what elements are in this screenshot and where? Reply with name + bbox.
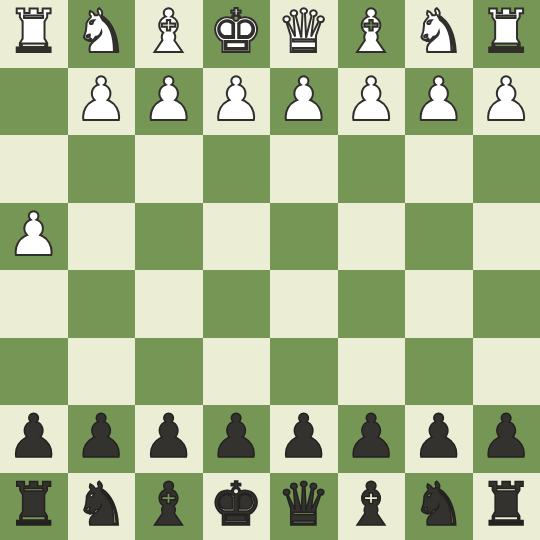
black-pawn[interactable]: ♟ <box>277 403 331 470</box>
square-a8[interactable]: ♜ <box>473 473 540 540</box>
square-g1[interactable]: ♞ <box>68 0 136 68</box>
square-f6[interactable] <box>135 338 203 406</box>
square-h3[interactable] <box>0 135 68 203</box>
square-c6[interactable] <box>338 338 406 406</box>
white-bishop[interactable]: ♝ <box>142 0 196 65</box>
square-f3[interactable] <box>135 135 203 203</box>
black-king[interactable]: ♚ <box>209 471 263 538</box>
square-e8[interactable]: ♚ <box>203 473 271 540</box>
black-pawn[interactable]: ♟ <box>7 403 61 470</box>
square-d2[interactable]: ♟ <box>270 68 338 136</box>
square-g4[interactable] <box>68 203 136 271</box>
white-pawn[interactable]: ♟ <box>277 66 331 133</box>
chess-board: ♜♞♝♚♛♝♞♜♟♟♟♟♟♟♟♟♟♟♟♟♟♟♟♟♜♞♝♚♛♝♞♜ <box>0 0 540 540</box>
square-h4[interactable]: ♟ <box>0 203 68 271</box>
square-c3[interactable] <box>338 135 406 203</box>
square-h8[interactable]: ♜ <box>0 473 68 540</box>
white-pawn[interactable]: ♟ <box>142 66 196 133</box>
square-b5[interactable] <box>405 270 473 338</box>
square-e6[interactable] <box>203 338 271 406</box>
square-d3[interactable] <box>270 135 338 203</box>
black-pawn[interactable]: ♟ <box>209 403 263 470</box>
white-pawn[interactable]: ♟ <box>7 201 61 268</box>
white-knight[interactable]: ♞ <box>412 0 466 65</box>
white-pawn[interactable]: ♟ <box>344 66 398 133</box>
white-pawn[interactable]: ♟ <box>209 66 263 133</box>
square-f5[interactable] <box>135 270 203 338</box>
square-c8[interactable]: ♝ <box>338 473 406 540</box>
square-b6[interactable] <box>405 338 473 406</box>
square-b3[interactable] <box>405 135 473 203</box>
square-a4[interactable] <box>473 203 540 271</box>
square-a6[interactable] <box>473 338 540 406</box>
square-b2[interactable]: ♟ <box>405 68 473 136</box>
square-d5[interactable] <box>270 270 338 338</box>
square-c2[interactable]: ♟ <box>338 68 406 136</box>
square-d4[interactable] <box>270 203 338 271</box>
square-a5[interactable] <box>473 270 540 338</box>
white-knight[interactable]: ♞ <box>74 0 128 65</box>
white-bishop[interactable]: ♝ <box>344 0 398 65</box>
square-a7[interactable]: ♟ <box>473 405 540 473</box>
square-e3[interactable] <box>203 135 271 203</box>
square-g8[interactable]: ♞ <box>68 473 136 540</box>
square-f7[interactable]: ♟ <box>135 405 203 473</box>
square-c4[interactable] <box>338 203 406 271</box>
white-king[interactable]: ♚ <box>209 0 263 65</box>
square-b1[interactable]: ♞ <box>405 0 473 68</box>
square-h5[interactable] <box>0 270 68 338</box>
square-h6[interactable] <box>0 338 68 406</box>
square-f1[interactable]: ♝ <box>135 0 203 68</box>
square-e7[interactable]: ♟ <box>203 405 271 473</box>
square-e5[interactable] <box>203 270 271 338</box>
square-d1[interactable]: ♛ <box>270 0 338 68</box>
square-e2[interactable]: ♟ <box>203 68 271 136</box>
square-g7[interactable]: ♟ <box>68 405 136 473</box>
square-b8[interactable]: ♞ <box>405 473 473 540</box>
square-g2[interactable]: ♟ <box>68 68 136 136</box>
square-g5[interactable] <box>68 270 136 338</box>
black-bishop[interactable]: ♝ <box>142 471 196 538</box>
black-bishop[interactable]: ♝ <box>344 471 398 538</box>
square-d8[interactable]: ♛ <box>270 473 338 540</box>
square-f8[interactable]: ♝ <box>135 473 203 540</box>
white-pawn[interactable]: ♟ <box>479 66 533 133</box>
black-pawn[interactable]: ♟ <box>479 403 533 470</box>
white-pawn[interactable]: ♟ <box>74 66 128 133</box>
black-knight[interactable]: ♞ <box>412 471 466 538</box>
black-knight[interactable]: ♞ <box>74 471 128 538</box>
square-c1[interactable]: ♝ <box>338 0 406 68</box>
square-c5[interactable] <box>338 270 406 338</box>
black-pawn[interactable]: ♟ <box>412 403 466 470</box>
black-rook[interactable]: ♜ <box>7 471 61 538</box>
square-h2[interactable] <box>0 68 68 136</box>
black-pawn[interactable]: ♟ <box>74 403 128 470</box>
square-f4[interactable] <box>135 203 203 271</box>
white-rook[interactable]: ♜ <box>7 0 61 65</box>
square-d7[interactable]: ♟ <box>270 405 338 473</box>
square-g3[interactable] <box>68 135 136 203</box>
square-d6[interactable] <box>270 338 338 406</box>
square-f2[interactable]: ♟ <box>135 68 203 136</box>
square-b4[interactable] <box>405 203 473 271</box>
black-queen[interactable]: ♛ <box>277 471 331 538</box>
square-e1[interactable]: ♚ <box>203 0 271 68</box>
black-pawn[interactable]: ♟ <box>344 403 398 470</box>
square-a3[interactable] <box>473 135 540 203</box>
black-pawn[interactable]: ♟ <box>142 403 196 470</box>
square-b7[interactable]: ♟ <box>405 405 473 473</box>
square-h7[interactable]: ♟ <box>0 405 68 473</box>
square-e4[interactable] <box>203 203 271 271</box>
black-rook[interactable]: ♜ <box>479 471 533 538</box>
square-h1[interactable]: ♜ <box>0 0 68 68</box>
white-queen[interactable]: ♛ <box>277 0 331 65</box>
square-a2[interactable]: ♟ <box>473 68 540 136</box>
square-g6[interactable] <box>68 338 136 406</box>
square-a1[interactable]: ♜ <box>473 0 540 68</box>
square-c7[interactable]: ♟ <box>338 405 406 473</box>
white-rook[interactable]: ♜ <box>479 0 533 65</box>
white-pawn[interactable]: ♟ <box>412 66 466 133</box>
